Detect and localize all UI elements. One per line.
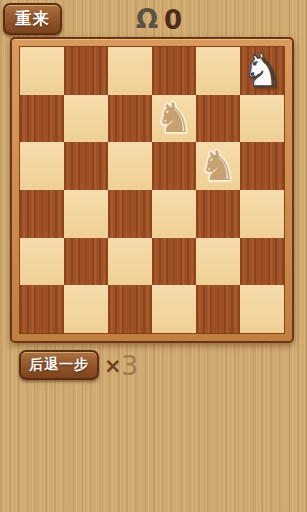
undo-count: 3 [121,349,138,381]
square-e4[interactable]: ♞ [196,142,240,190]
board-grid: ♞♞♞ [19,46,285,334]
square-a5[interactable] [20,95,64,143]
square-d4[interactable] [152,142,196,190]
white-knight[interactable]: ♞ [241,47,282,93]
square-b4[interactable] [64,142,108,190]
square-f1[interactable] [240,285,284,333]
square-c5[interactable] [108,95,152,143]
square-f2[interactable] [240,238,284,286]
square-e3[interactable] [196,190,240,238]
square-d3[interactable] [152,190,196,238]
move-counter: Ω 0 [136,5,182,35]
times-symbol: × [104,351,122,381]
ghost-knight-hint[interactable]: ♞ [200,146,237,187]
square-d2[interactable] [152,238,196,286]
square-c6[interactable] [108,47,152,95]
square-d5[interactable]: ♞ [152,95,196,143]
square-e2[interactable] [196,238,240,286]
square-f5[interactable] [240,95,284,143]
square-f6[interactable]: ♞ [240,47,284,95]
score-value: 0 [164,7,182,33]
square-b2[interactable] [64,238,108,286]
undo-button[interactable]: 后退一步 [19,350,99,380]
square-a6[interactable] [20,47,64,95]
square-e5[interactable] [196,95,240,143]
square-d1[interactable] [152,285,196,333]
restart-button[interactable]: 重来 [3,3,62,35]
square-b6[interactable] [64,47,108,95]
square-b3[interactable] [64,190,108,238]
square-c2[interactable] [108,238,152,286]
square-d6[interactable] [152,47,196,95]
square-a1[interactable] [20,285,64,333]
square-f3[interactable] [240,190,284,238]
square-c3[interactable] [108,190,152,238]
horseshoe-icon: Ω [136,6,158,32]
chess-board: ♞♞♞ [10,37,294,343]
square-e1[interactable] [196,285,240,333]
square-b5[interactable] [64,95,108,143]
square-c1[interactable] [108,285,152,333]
square-a3[interactable] [20,190,64,238]
square-c4[interactable] [108,142,152,190]
ghost-knight-hint[interactable]: ♞ [156,98,193,139]
game-screen: 重来 Ω 0 ♞♞♞ 后退一步 × 3 [0,0,307,512]
square-a2[interactable] [20,238,64,286]
square-a4[interactable] [20,142,64,190]
square-e6[interactable] [196,47,240,95]
square-f4[interactable] [240,142,284,190]
square-b1[interactable] [64,285,108,333]
